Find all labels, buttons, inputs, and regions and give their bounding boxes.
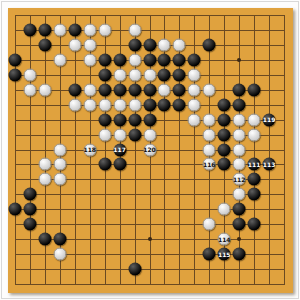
stone-white: [83, 53, 96, 66]
hoshi-point: [148, 237, 152, 241]
grid-line-vertical: [284, 15, 285, 285]
stone-black: [173, 68, 186, 81]
stone-white: [188, 68, 201, 81]
stone-white: [83, 98, 96, 111]
stone-white: [53, 173, 66, 186]
stone-black: [113, 113, 126, 126]
grid-line-vertical: [254, 15, 255, 285]
stone-black: [248, 173, 261, 186]
stone-white: [23, 83, 36, 96]
stone-black: [203, 38, 216, 51]
stone-black: [113, 83, 126, 96]
stone-black: [68, 83, 81, 96]
stone-white-move-112: 112: [233, 173, 246, 186]
stone-black: [98, 158, 111, 171]
stone-white: [83, 23, 96, 36]
stone-black: [158, 68, 171, 81]
stone-white-move-116: 116: [203, 158, 216, 171]
stone-white: [203, 218, 216, 231]
stone-white: [113, 68, 126, 81]
stone-black: [143, 98, 156, 111]
stone-white: [68, 38, 81, 51]
stone-white: [203, 113, 216, 126]
stone-black: [218, 113, 231, 126]
stone-black: [233, 83, 246, 96]
stone-white: [233, 188, 246, 201]
stone-white: [188, 98, 201, 111]
stone-white: [218, 203, 231, 216]
stone-black: [53, 233, 66, 246]
stone-white: [128, 98, 141, 111]
stone-black: [9, 53, 22, 66]
stone-white-move-120: 120: [143, 143, 156, 156]
stone-black: [248, 83, 261, 96]
stone-black: [173, 53, 186, 66]
stone-black: [38, 38, 51, 51]
stone-white: [233, 113, 246, 126]
stone-black-move-111: 111: [248, 158, 261, 171]
stone-black: [128, 38, 141, 51]
stone-white-move-114: 114: [218, 233, 231, 246]
stone-black: [218, 128, 231, 141]
grid-line-horizontal: [15, 284, 285, 285]
stone-white: [158, 83, 171, 96]
stone-white: [233, 128, 246, 141]
stone-white: [203, 143, 216, 156]
stone-black: [23, 188, 36, 201]
grid-line-horizontal: [15, 269, 285, 270]
stone-white: [23, 68, 36, 81]
stone-black: [38, 23, 51, 36]
stone-white: [83, 83, 96, 96]
stone-black: [188, 53, 201, 66]
stone-white: [98, 98, 111, 111]
stone-black: [98, 68, 111, 81]
stone-black: [233, 98, 246, 111]
stone-white: [143, 68, 156, 81]
stone-black: [68, 23, 81, 36]
stone-black-move-115: 115: [218, 248, 231, 261]
stone-black: [38, 233, 51, 246]
stone-white: [113, 98, 126, 111]
stone-white: [158, 38, 171, 51]
stone-white: [128, 23, 141, 36]
stone-black: [113, 53, 126, 66]
stone-white: [188, 83, 201, 96]
hoshi-point: [237, 237, 241, 241]
stone-black: [158, 98, 171, 111]
stone-white: [38, 173, 51, 186]
stone-white: [248, 113, 261, 126]
stone-white: [233, 158, 246, 171]
stone-black: [9, 203, 22, 216]
stone-white: [233, 143, 246, 156]
stone-black: [23, 203, 36, 216]
stone-black: [143, 38, 156, 51]
stone-white: [53, 143, 66, 156]
stone-white: [128, 53, 141, 66]
stone-black: [203, 248, 216, 261]
stone-black: [158, 53, 171, 66]
stone-white: [113, 128, 126, 141]
stone-white-move-118: 118: [83, 143, 96, 156]
stone-black: [128, 113, 141, 126]
stone-white: [53, 23, 66, 36]
stone-black: [128, 83, 141, 96]
stone-white: [173, 38, 186, 51]
stone-white: [38, 158, 51, 171]
stone-white: [53, 248, 66, 261]
stone-black: [218, 158, 231, 171]
stone-white: [53, 53, 66, 66]
stone-black: [173, 83, 186, 96]
stone-black-move-113: 113: [263, 158, 276, 171]
stone-white: [203, 128, 216, 141]
stone-black: [9, 68, 22, 81]
stone-black: [23, 23, 36, 36]
stone-white: [143, 128, 156, 141]
stone-black: [233, 218, 246, 231]
stone-white: [38, 83, 51, 96]
stone-black: [233, 248, 246, 261]
stone-white: [98, 23, 111, 36]
stone-black: [113, 158, 126, 171]
stone-black: [98, 113, 111, 126]
stone-black: [143, 113, 156, 126]
stone-white: [68, 98, 81, 111]
stone-white: [248, 128, 261, 141]
stone-black: [233, 203, 246, 216]
stone-black: [98, 53, 111, 66]
grid-line-vertical: [269, 15, 270, 285]
stone-white: [53, 158, 66, 171]
stone-black: [173, 98, 186, 111]
stone-white: [128, 68, 141, 81]
stone-black: [143, 53, 156, 66]
stone-white: [83, 38, 96, 51]
stone-white: [188, 113, 201, 126]
stone-black: [128, 128, 141, 141]
stone-black: [23, 218, 36, 231]
stone-white: [203, 83, 216, 96]
stone-black: [98, 83, 111, 96]
stone-black: [218, 143, 231, 156]
stone-black-move-119: 119: [263, 113, 276, 126]
stone-black: [128, 263, 141, 276]
go-board[interactable]: 119118117120116111113112114115: [8, 8, 293, 293]
stone-white: [98, 128, 111, 141]
stone-black-move-117: 117: [113, 143, 126, 156]
stone-black: [143, 83, 156, 96]
stone-black: [248, 218, 261, 231]
stone-black: [248, 188, 261, 201]
go-diagram: 119118117120116111113112114115: [0, 0, 300, 300]
hoshi-point: [237, 58, 241, 62]
stone-black: [218, 98, 231, 111]
